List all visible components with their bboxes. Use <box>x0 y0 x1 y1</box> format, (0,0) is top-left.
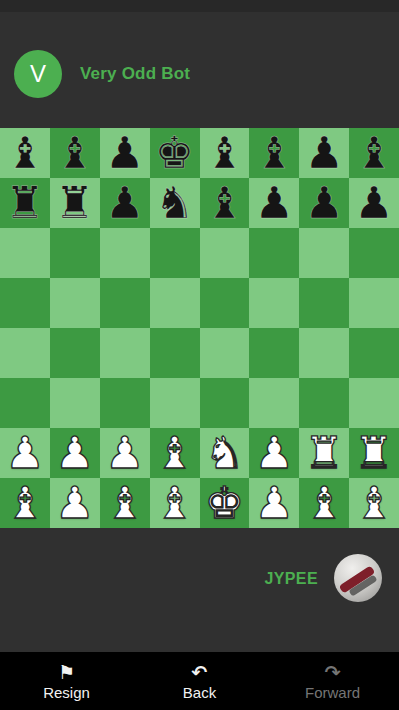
piece-white-bishop[interactable]: ♝ <box>155 428 194 478</box>
square-d4[interactable] <box>150 328 200 378</box>
piece-black-pawn[interactable]: ♟ <box>304 128 343 178</box>
piece-black-knight[interactable]: ♞ <box>155 178 194 228</box>
square-g1[interactable]: ♝ <box>299 478 349 528</box>
square-h8[interactable]: ♝ <box>349 128 399 178</box>
square-h4[interactable] <box>349 328 399 378</box>
square-d3[interactable] <box>150 378 200 428</box>
square-e5[interactable] <box>200 278 250 328</box>
piece-white-rook[interactable]: ♜ <box>354 428 393 478</box>
square-c7[interactable]: ♟ <box>100 178 150 228</box>
opponent-avatar-letter: V <box>30 62 46 86</box>
square-d8[interactable]: ♚ <box>150 128 200 178</box>
piece-black-pawn[interactable]: ♟ <box>105 128 144 178</box>
player-avatar <box>334 554 382 602</box>
square-c3[interactable] <box>100 378 150 428</box>
square-a2[interactable]: ♟ <box>0 428 50 478</box>
app-screen: V Very Odd Bot ♝♝♟♚♝♝♟♝♜♜♟♞♝♟♟♟♟♟♟♝♞♟♜♜♝… <box>0 0 399 710</box>
square-d2[interactable]: ♝ <box>150 428 200 478</box>
square-a3[interactable] <box>0 378 50 428</box>
chess-board[interactable]: ♝♝♟♚♝♝♟♝♜♜♟♞♝♟♟♟♟♟♟♝♞♟♜♜♝♟♝♝♚♟♝♝ <box>0 128 399 528</box>
square-d1[interactable]: ♝ <box>150 478 200 528</box>
piece-white-pawn[interactable]: ♟ <box>255 478 294 528</box>
forward-label: Forward <box>305 684 360 701</box>
square-g4[interactable] <box>299 328 349 378</box>
square-h3[interactable] <box>349 378 399 428</box>
square-d7[interactable]: ♞ <box>150 178 200 228</box>
piece-white-rook[interactable]: ♜ <box>304 428 343 478</box>
square-f5[interactable] <box>249 278 299 328</box>
square-e1[interactable]: ♚ <box>200 478 250 528</box>
piece-white-pawn[interactable]: ♟ <box>55 428 94 478</box>
square-h1[interactable]: ♝ <box>349 478 399 528</box>
piece-black-bishop[interactable]: ♝ <box>5 128 44 178</box>
square-e4[interactable] <box>200 328 250 378</box>
square-e3[interactable] <box>200 378 250 428</box>
piece-white-bishop[interactable]: ♝ <box>105 478 144 528</box>
piece-black-king[interactable]: ♚ <box>155 128 194 178</box>
piece-white-bishop[interactable]: ♝ <box>304 478 343 528</box>
status-bar <box>0 0 399 12</box>
back-label: Back <box>183 684 216 701</box>
square-c8[interactable]: ♟ <box>100 128 150 178</box>
piece-white-bishop[interactable]: ♝ <box>354 478 393 528</box>
square-f4[interactable] <box>249 328 299 378</box>
square-f7[interactable]: ♟ <box>249 178 299 228</box>
square-g8[interactable]: ♟ <box>299 128 349 178</box>
square-g7[interactable]: ♟ <box>299 178 349 228</box>
square-f6[interactable] <box>249 228 299 278</box>
square-c5[interactable] <box>100 278 150 328</box>
square-f1[interactable]: ♟ <box>249 478 299 528</box>
square-b5[interactable] <box>50 278 100 328</box>
square-b3[interactable] <box>50 378 100 428</box>
square-d5[interactable] <box>150 278 200 328</box>
square-b8[interactable]: ♝ <box>50 128 100 178</box>
piece-black-bishop[interactable]: ♝ <box>354 128 393 178</box>
square-e2[interactable]: ♞ <box>200 428 250 478</box>
resign-button[interactable]: ⚑ Resign <box>0 652 133 710</box>
square-b1[interactable]: ♟ <box>50 478 100 528</box>
square-c2[interactable]: ♟ <box>100 428 150 478</box>
square-a7[interactable]: ♜ <box>0 178 50 228</box>
piece-white-pawn[interactable]: ♟ <box>55 478 94 528</box>
piece-white-bishop[interactable]: ♝ <box>155 478 194 528</box>
square-h2[interactable]: ♜ <box>349 428 399 478</box>
opponent-avatar: V <box>14 50 62 98</box>
square-b4[interactable] <box>50 328 100 378</box>
square-a5[interactable] <box>0 278 50 328</box>
square-h6[interactable] <box>349 228 399 278</box>
square-e8[interactable]: ♝ <box>200 128 250 178</box>
square-a6[interactable] <box>0 228 50 278</box>
piece-black-pawn[interactable]: ♟ <box>304 178 343 228</box>
piece-white-king[interactable]: ♚ <box>205 478 244 528</box>
piece-white-bishop[interactable]: ♝ <box>5 478 44 528</box>
piece-black-bishop[interactable]: ♝ <box>255 128 294 178</box>
piece-white-knight[interactable]: ♞ <box>205 428 244 478</box>
redo-arrow-icon: ↷ <box>325 662 341 682</box>
square-b6[interactable] <box>50 228 100 278</box>
resign-label: Resign <box>43 684 90 701</box>
square-g6[interactable] <box>299 228 349 278</box>
square-c6[interactable] <box>100 228 150 278</box>
square-f3[interactable] <box>249 378 299 428</box>
player-name: JYPEE <box>264 570 318 588</box>
piece-black-rook[interactable]: ♜ <box>55 178 94 228</box>
square-c1[interactable]: ♝ <box>100 478 150 528</box>
opponent-name: Very Odd Bot <box>80 64 190 84</box>
forward-button[interactable]: ↷ Forward <box>266 652 399 710</box>
bottom-nav-bar: ⚑ Resign ↶ Back ↷ Forward <box>0 652 399 710</box>
square-h5[interactable] <box>349 278 399 328</box>
square-e6[interactable] <box>200 228 250 278</box>
square-g3[interactable] <box>299 378 349 428</box>
square-c4[interactable] <box>100 328 150 378</box>
square-g5[interactable] <box>299 278 349 328</box>
piece-white-pawn[interactable]: ♟ <box>105 428 144 478</box>
square-a4[interactable] <box>0 328 50 378</box>
piece-black-rook[interactable]: ♜ <box>5 178 44 228</box>
piece-white-pawn[interactable]: ♟ <box>5 428 44 478</box>
square-a8[interactable]: ♝ <box>0 128 50 178</box>
back-button[interactable]: ↶ Back <box>133 652 266 710</box>
square-f2[interactable]: ♟ <box>249 428 299 478</box>
flag-icon: ⚑ <box>58 662 75 682</box>
piece-black-bishop[interactable]: ♝ <box>55 128 94 178</box>
square-g2[interactable]: ♜ <box>299 428 349 478</box>
piece-black-bishop[interactable]: ♝ <box>205 128 244 178</box>
square-b2[interactable]: ♟ <box>50 428 100 478</box>
square-d6[interactable] <box>150 228 200 278</box>
piece-white-pawn[interactable]: ♟ <box>255 428 294 478</box>
piece-black-pawn[interactable]: ♟ <box>354 178 393 228</box>
square-e7[interactable]: ♝ <box>200 178 250 228</box>
undo-arrow-icon: ↶ <box>192 662 208 682</box>
square-b7[interactable]: ♜ <box>50 178 100 228</box>
piece-black-pawn[interactable]: ♟ <box>105 178 144 228</box>
piece-black-bishop[interactable]: ♝ <box>205 178 244 228</box>
square-h7[interactable]: ♟ <box>349 178 399 228</box>
piece-black-pawn[interactable]: ♟ <box>255 178 294 228</box>
square-a1[interactable]: ♝ <box>0 478 50 528</box>
square-f8[interactable]: ♝ <box>249 128 299 178</box>
